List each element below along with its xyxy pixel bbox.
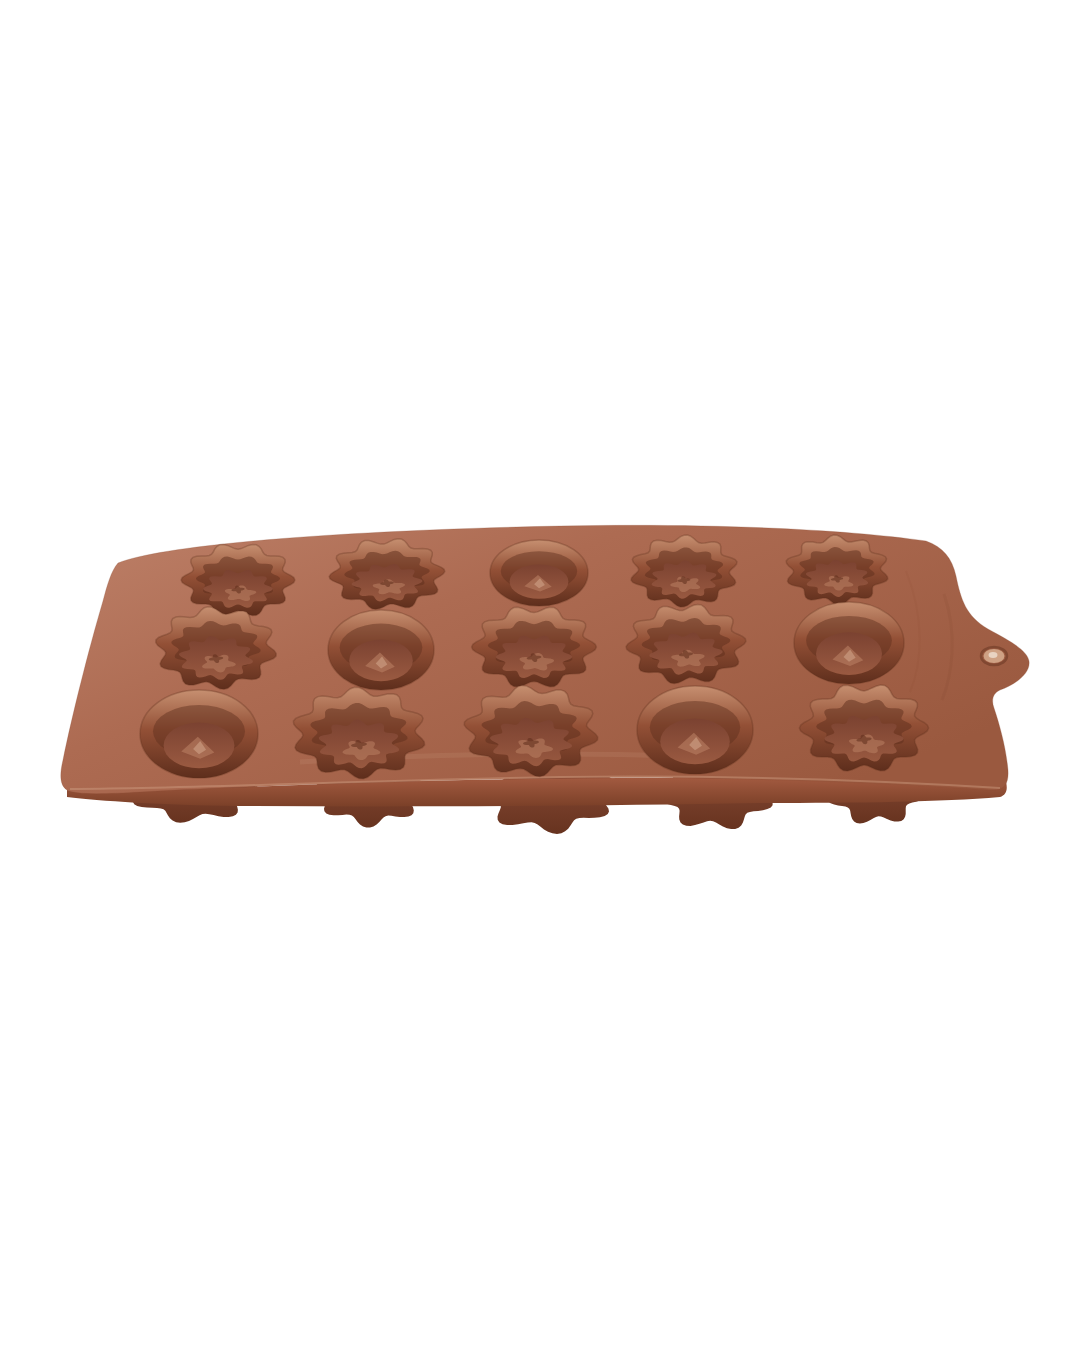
hang-hole [981, 647, 1007, 665]
chocolate-mold [61, 525, 1029, 834]
hang-hole-light [989, 652, 998, 658]
cavity-round-r1c3 [490, 540, 588, 606]
cavity-round-r3c4 [637, 686, 753, 774]
cavity-round-r3c1 [140, 690, 258, 778]
mold-photo-svg [0, 0, 1080, 1350]
cavity-round-r2c5 [794, 602, 904, 684]
cavity-round-r2c2 [328, 610, 434, 690]
product-photo-canvas [0, 0, 1080, 1350]
